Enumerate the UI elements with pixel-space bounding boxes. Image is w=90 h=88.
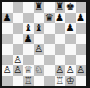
square-g1[interactable]: ♔ [65, 76, 76, 87]
square-e1[interactable] [44, 76, 55, 87]
black-queen: ♛ [45, 13, 54, 24]
square-h1[interactable] [76, 76, 87, 87]
square-f8[interactable]: ♜ [55, 2, 66, 13]
square-g7[interactable] [65, 13, 76, 24]
square-a7[interactable]: ♟ [2, 13, 13, 24]
square-d3[interactable] [34, 55, 45, 66]
white-pawn: ♙ [76, 65, 85, 76]
square-a4[interactable] [2, 44, 13, 55]
square-b6[interactable] [13, 23, 24, 34]
black-pawn: ♟ [24, 34, 33, 45]
square-h5[interactable] [76, 34, 87, 45]
square-c7[interactable] [23, 13, 34, 24]
black-pawn: ♟ [66, 23, 75, 34]
square-a5[interactable] [2, 34, 13, 45]
square-d2[interactable]: ♘ [34, 65, 45, 76]
square-d4[interactable]: ♙ [34, 44, 45, 55]
square-a6[interactable] [2, 23, 13, 34]
square-f5[interactable] [55, 34, 66, 45]
white-knight: ♘ [34, 65, 43, 76]
square-h7[interactable]: ♟ [76, 13, 87, 24]
square-g8[interactable]: ♚ [65, 2, 76, 13]
white-pawn: ♙ [3, 65, 12, 76]
white-pawn: ♙ [66, 65, 75, 76]
square-a2[interactable]: ♙ [2, 65, 13, 76]
square-d8[interactable]: ♜ [34, 2, 45, 13]
square-h4[interactable] [76, 44, 87, 55]
square-c4[interactable] [23, 44, 34, 55]
white-rook: ♖ [24, 76, 33, 87]
black-pawn: ♟ [3, 13, 12, 24]
white-pawn: ♙ [34, 44, 43, 55]
white-king: ♔ [66, 76, 75, 87]
square-b4[interactable] [13, 44, 24, 55]
square-e3[interactable] [44, 55, 55, 66]
black-rook: ♜ [34, 2, 43, 13]
white-rook: ♖ [55, 76, 64, 87]
white-pawn: ♙ [13, 55, 22, 66]
square-e5[interactable] [44, 34, 55, 45]
square-g4[interactable] [65, 44, 76, 55]
square-f1[interactable]: ♖ [55, 76, 66, 87]
square-g6[interactable]: ♟ [65, 23, 76, 34]
square-d7[interactable] [34, 13, 45, 24]
square-d1[interactable] [34, 76, 45, 87]
square-e2[interactable] [44, 65, 55, 76]
black-rook: ♜ [55, 2, 64, 13]
black-bishop: ♝ [24, 23, 33, 34]
square-c3[interactable] [23, 55, 34, 66]
square-b8[interactable] [13, 2, 24, 13]
square-e8[interactable] [44, 2, 55, 13]
square-h8[interactable] [76, 2, 87, 13]
square-b5[interactable] [13, 34, 24, 45]
white-pawn: ♙ [13, 65, 22, 76]
chess-board: ♜♜♚♟♛♟♟♝♝♟♟♙♙♙♙♕♘♙♙♙♖♖♔ [2, 2, 86, 86]
black-pawn: ♟ [76, 13, 85, 24]
white-pawn: ♙ [55, 65, 64, 76]
square-h3[interactable] [76, 55, 87, 66]
square-f4[interactable] [55, 44, 66, 55]
square-e7[interactable]: ♛ [44, 13, 55, 24]
black-bishop: ♝ [34, 23, 43, 34]
square-d5[interactable] [34, 34, 45, 45]
square-a3[interactable] [2, 55, 13, 66]
square-e4[interactable] [44, 44, 55, 55]
square-c2[interactable]: ♕ [23, 65, 34, 76]
square-a1[interactable] [2, 76, 13, 87]
square-e6[interactable] [44, 23, 55, 34]
white-queen: ♕ [24, 65, 33, 76]
square-c5[interactable]: ♟ [23, 34, 34, 45]
square-h6[interactable] [76, 23, 87, 34]
square-a8[interactable] [2, 2, 13, 13]
square-h2[interactable]: ♙ [76, 65, 87, 76]
square-b2[interactable]: ♙ [13, 65, 24, 76]
square-f3[interactable] [55, 55, 66, 66]
square-c6[interactable]: ♝ [23, 23, 34, 34]
square-f7[interactable]: ♟ [55, 13, 66, 24]
square-g5[interactable] [65, 34, 76, 45]
black-king: ♚ [66, 2, 75, 13]
square-b3[interactable]: ♙ [13, 55, 24, 66]
square-b1[interactable] [13, 76, 24, 87]
square-f6[interactable] [55, 23, 66, 34]
square-g3[interactable] [65, 55, 76, 66]
square-g2[interactable]: ♙ [65, 65, 76, 76]
square-b7[interactable] [13, 13, 24, 24]
square-c1[interactable]: ♖ [23, 76, 34, 87]
square-f2[interactable]: ♙ [55, 65, 66, 76]
black-pawn: ♟ [55, 13, 64, 24]
square-c8[interactable] [23, 2, 34, 13]
chess-diagram-frame: ♜♜♚♟♛♟♟♝♝♟♟♙♙♙♙♕♘♙♙♙♖♖♔ [0, 0, 90, 88]
square-d6[interactable]: ♝ [34, 23, 45, 34]
